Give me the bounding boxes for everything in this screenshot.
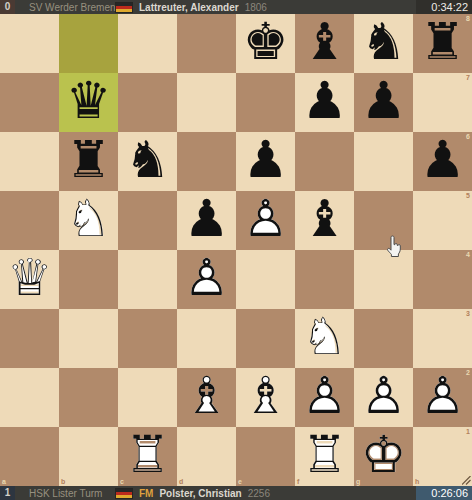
top-clock: 0:34:22 (416, 0, 472, 14)
file-label-g: g (356, 478, 360, 485)
square-c5[interactable] (118, 191, 177, 250)
square-a7[interactable] (0, 73, 59, 132)
square-c3[interactable] (118, 309, 177, 368)
white-pawn-piece[interactable]: ♟ (354, 366, 413, 425)
german-flag-icon (116, 3, 132, 12)
square-e8[interactable]: ♚ (236, 14, 295, 73)
white-pawn-piece[interactable]: ♟ (177, 248, 236, 307)
square-h2[interactable]: ♟♙2 (413, 368, 472, 427)
fide-title: FM (139, 488, 153, 499)
german-flag-icon (116, 489, 132, 498)
rank-label-4: 4 (466, 251, 470, 258)
bottom-clock: 0:26:06 (416, 486, 472, 500)
square-a4[interactable]: ♛♕ (0, 250, 59, 309)
bottom-player-name: Polster, Christian (159, 488, 241, 499)
square-f8[interactable]: ♝ (295, 14, 354, 73)
square-c6[interactable]: ♞ (118, 132, 177, 191)
black-bishop-piece[interactable]: ♝ (295, 189, 354, 248)
square-b1[interactable]: b (59, 427, 118, 486)
white-rook-piece[interactable]: ♜ (295, 425, 354, 484)
white-knight-piece[interactable]: ♞ (59, 189, 118, 248)
resize-handle-icon[interactable] (462, 476, 471, 485)
white-knight-outline: ♘ (59, 189, 118, 248)
white-king-outline: ♔ (354, 425, 413, 484)
top-team-name: SV Werder Bremen (29, 2, 116, 13)
square-g5[interactable] (354, 191, 413, 250)
square-f4[interactable] (295, 250, 354, 309)
square-b6[interactable]: ♜ (59, 132, 118, 191)
white-pawn-piece[interactable]: ♟ (295, 366, 354, 425)
square-h5[interactable]: 5 (413, 191, 472, 250)
square-c4[interactable] (118, 250, 177, 309)
square-a1[interactable]: a (0, 427, 59, 486)
square-g8[interactable]: ♞ (354, 14, 413, 73)
square-d7[interactable] (177, 73, 236, 132)
white-knight-piece[interactable]: ♞ (295, 307, 354, 366)
black-pawn-piece[interactable]: ♟ (177, 189, 236, 248)
square-e6[interactable]: ♟ (236, 132, 295, 191)
white-pawn-piece[interactable]: ♟ (236, 189, 295, 248)
black-knight-piece[interactable]: ♞ (118, 130, 177, 189)
top-player-rating: 1806 (245, 2, 267, 13)
square-d1[interactable]: d (177, 427, 236, 486)
black-king-piece[interactable]: ♚ (236, 12, 295, 71)
black-rook-piece[interactable]: ♜ (59, 130, 118, 189)
white-pawn-outline: ♙ (236, 189, 295, 248)
file-label-f: f (297, 478, 299, 485)
square-b4[interactable] (59, 250, 118, 309)
file-label-c: c (120, 478, 124, 485)
top-player-bar: 0 SV Werder Bremen Lattreuter, Alexander… (0, 0, 472, 14)
square-f6[interactable] (295, 132, 354, 191)
white-pawn-outline: ♙ (413, 366, 472, 425)
rank-label-7: 7 (466, 74, 470, 81)
white-pawn-outline: ♙ (177, 248, 236, 307)
square-g4[interactable] (354, 250, 413, 309)
square-e1[interactable]: e (236, 427, 295, 486)
square-c7[interactable] (118, 73, 177, 132)
white-bishop-outline: ♗ (236, 366, 295, 425)
black-queen-piece[interactable]: ♛ (59, 71, 118, 130)
square-e4[interactable] (236, 250, 295, 309)
square-b2[interactable] (59, 368, 118, 427)
rank-label-6: 6 (466, 133, 470, 140)
white-queen-outline: ♕ (0, 248, 59, 307)
black-pawn-piece[interactable]: ♟ (413, 130, 472, 189)
square-h7[interactable]: 7 (413, 73, 472, 132)
square-h3[interactable]: 3 (413, 309, 472, 368)
file-label-a: a (2, 478, 6, 485)
square-e3[interactable] (236, 309, 295, 368)
white-pawn-outline: ♙ (354, 366, 413, 425)
square-e5[interactable]: ♟♙ (236, 191, 295, 250)
square-b5[interactable]: ♞♘ (59, 191, 118, 250)
black-rook-piece[interactable]: ♜ (413, 12, 472, 71)
square-b8[interactable] (59, 14, 118, 73)
rank-label-8: 8 (466, 15, 470, 22)
rank-label-2: 2 (466, 369, 470, 376)
black-pawn-piece[interactable]: ♟ (354, 71, 413, 130)
white-rook-outline: ♖ (118, 425, 177, 484)
file-label-e: e (238, 478, 242, 485)
square-c2[interactable] (118, 368, 177, 427)
square-d4[interactable]: ♟♙ (177, 250, 236, 309)
square-g3[interactable] (354, 309, 413, 368)
square-d5[interactable]: ♟ (177, 191, 236, 250)
black-knight-piece[interactable]: ♞ (354, 12, 413, 71)
black-bishop-piece[interactable]: ♝ (295, 12, 354, 71)
square-a3[interactable] (0, 309, 59, 368)
square-b3[interactable] (59, 309, 118, 368)
white-bishop-outline: ♗ (177, 366, 236, 425)
rank-label-1: 1 (466, 428, 470, 435)
bottom-team-name: HSK Lister Turm (29, 488, 116, 499)
square-g6[interactable] (354, 132, 413, 191)
square-f2[interactable]: ♟♙ (295, 368, 354, 427)
square-d3[interactable] (177, 309, 236, 368)
square-a5[interactable] (0, 191, 59, 250)
square-a6[interactable] (0, 132, 59, 191)
top-player-name: Lattreuter, Alexander (139, 2, 239, 13)
top-score-badge: 0 (0, 0, 15, 14)
square-h6[interactable]: ♟6 (413, 132, 472, 191)
square-b7[interactable]: ♛ (59, 73, 118, 132)
square-e2[interactable]: ♝♗ (236, 368, 295, 427)
rank-label-3: 3 (466, 310, 470, 317)
square-g7[interactable]: ♟ (354, 73, 413, 132)
black-pawn-piece[interactable]: ♟ (236, 130, 295, 189)
hand-cursor-icon (385, 235, 402, 258)
square-g1[interactable]: ♚♔g (354, 427, 413, 486)
square-h4[interactable]: 4 (413, 250, 472, 309)
file-label-d: d (179, 478, 183, 485)
white-rook-outline: ♖ (295, 425, 354, 484)
white-king-piece[interactable]: ♚ (354, 425, 413, 484)
chess-board[interactable]: ♚♝♞♜8♛♟♟7♜♞♟♟6♞♘♟♟♙♝5♛♕♟♙4♞♘3♝♗♝♗♟♙♟♙♟♙2… (0, 14, 472, 486)
square-c1[interactable]: ♜♖c (118, 427, 177, 486)
bottom-player-bar: 1 HSK Lister Turm FM Polster, Christian … (0, 486, 472, 500)
square-a8[interactable] (0, 14, 59, 73)
square-a2[interactable] (0, 368, 59, 427)
square-c8[interactable] (118, 14, 177, 73)
bottom-player-rating: 2256 (248, 488, 270, 499)
square-d8[interactable] (177, 14, 236, 73)
file-label-b: b (61, 478, 65, 485)
white-knight-outline: ♘ (295, 307, 354, 366)
white-bishop-piece[interactable]: ♝ (177, 366, 236, 425)
bottom-score-badge: 1 (0, 486, 15, 500)
square-g2[interactable]: ♟♙ (354, 368, 413, 427)
square-f7[interactable]: ♟ (295, 73, 354, 132)
square-e7[interactable] (236, 73, 295, 132)
square-f3[interactable]: ♞♘ (295, 309, 354, 368)
white-pawn-outline: ♙ (295, 366, 354, 425)
square-h8[interactable]: ♜8 (413, 14, 472, 73)
file-label-h: h (415, 478, 419, 485)
square-f5[interactable]: ♝ (295, 191, 354, 250)
rank-label-5: 5 (466, 192, 470, 199)
square-f1[interactable]: ♜♖f (295, 427, 354, 486)
white-bishop-piece[interactable]: ♝ (236, 366, 295, 425)
white-pawn-piece[interactable]: ♟ (413, 366, 472, 425)
black-pawn-piece[interactable]: ♟ (295, 71, 354, 130)
white-rook-piece[interactable]: ♜ (118, 425, 177, 484)
square-d6[interactable] (177, 132, 236, 191)
white-queen-piece[interactable]: ♛ (0, 248, 59, 307)
square-d2[interactable]: ♝♗ (177, 368, 236, 427)
